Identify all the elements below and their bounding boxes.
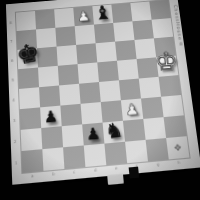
chess-piece-black-knight: ♞ xyxy=(98,104,127,143)
square xyxy=(143,117,166,140)
square xyxy=(76,43,97,64)
squares-grid xyxy=(16,0,190,173)
square xyxy=(130,2,151,22)
square xyxy=(58,64,79,85)
square xyxy=(84,144,107,167)
rank-label: 3 xyxy=(13,118,16,123)
board-logo-icon: ❖ xyxy=(171,141,185,155)
square xyxy=(42,147,64,171)
chessboard: abcdefgh87654321 ChessHouse® ❖ ♟♝♚♚♟♟♟♞ xyxy=(6,0,200,185)
board-photo: abcdefgh87654321 ChessHouse® ❖ ♟♝♚♚♟♟♟♞ xyxy=(0,0,200,200)
rank-label: 2 xyxy=(14,139,17,145)
square xyxy=(104,142,127,165)
chess-piece-white-king: ♚ xyxy=(153,41,179,74)
square xyxy=(159,75,181,97)
square xyxy=(75,25,96,45)
square xyxy=(79,82,101,104)
square xyxy=(115,40,137,61)
file-label: d xyxy=(94,167,97,173)
square xyxy=(38,66,59,87)
square xyxy=(117,59,139,80)
square xyxy=(78,62,99,83)
square xyxy=(57,45,78,66)
square xyxy=(113,21,134,41)
rank-label: 8 xyxy=(9,20,12,25)
square xyxy=(94,23,115,43)
square xyxy=(35,9,55,29)
square xyxy=(22,149,44,173)
square xyxy=(59,84,81,106)
rank-label: 5 xyxy=(12,77,15,82)
square xyxy=(125,140,148,163)
file-label: a xyxy=(31,173,34,179)
square xyxy=(149,0,170,20)
chess-piece-black-pawn: ♟ xyxy=(37,89,63,126)
square xyxy=(63,145,85,168)
square xyxy=(152,18,174,38)
rank-label: 4 xyxy=(12,97,15,102)
square xyxy=(18,68,39,89)
hinge-tab xyxy=(107,174,124,185)
rank-label: 6 xyxy=(11,58,14,63)
file-label: e xyxy=(115,165,118,171)
file-label: b xyxy=(52,171,55,177)
square xyxy=(16,11,36,31)
square xyxy=(161,95,184,117)
square xyxy=(96,42,117,63)
file-label: c xyxy=(73,169,76,175)
file-label: g xyxy=(156,161,159,167)
square xyxy=(97,61,119,82)
file-label: h xyxy=(177,159,180,165)
square xyxy=(146,138,169,161)
square xyxy=(132,20,153,40)
square xyxy=(36,28,57,48)
square xyxy=(21,128,43,151)
chess-piece-black-bishop: ♝ xyxy=(89,0,116,23)
square xyxy=(55,26,76,46)
rank-label: 1 xyxy=(15,160,18,166)
square xyxy=(164,115,187,138)
square xyxy=(41,126,63,149)
latch-notch xyxy=(129,167,140,179)
